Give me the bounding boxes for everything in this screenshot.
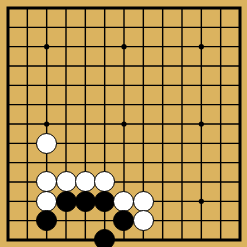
board-intersection[interactable] <box>37 37 56 56</box>
board-intersection[interactable] <box>172 153 191 172</box>
board-intersection[interactable] <box>192 18 211 37</box>
board-intersection[interactable] <box>95 37 114 56</box>
board-intersection[interactable] <box>114 76 133 95</box>
board-intersection[interactable] <box>18 56 37 75</box>
board-intersection[interactable] <box>153 37 172 56</box>
board-intersection[interactable] <box>192 37 211 56</box>
board-intersection[interactable] <box>211 211 230 230</box>
board-intersection[interactable] <box>114 18 133 37</box>
board-intersection[interactable] <box>192 134 211 153</box>
white-stone <box>36 133 57 154</box>
board-intersection[interactable] <box>114 134 133 153</box>
board-intersection[interactable] <box>134 95 153 114</box>
board-intersection[interactable] <box>56 192 75 211</box>
board-intersection[interactable] <box>56 76 75 95</box>
board-intersection[interactable] <box>211 56 230 75</box>
board-intersection[interactable] <box>56 172 75 191</box>
board-intersection[interactable] <box>114 56 133 75</box>
board-intersection[interactable] <box>153 56 172 75</box>
black-stone <box>75 191 96 212</box>
board-intersection[interactable] <box>76 172 95 191</box>
board-intersection[interactable] <box>230 211 247 230</box>
board-intersection[interactable] <box>134 56 153 75</box>
board-intersection[interactable] <box>211 134 230 153</box>
white-stone <box>133 210 154 231</box>
board-intersection[interactable] <box>192 211 211 230</box>
board-intersection[interactable] <box>95 134 114 153</box>
board-intersection[interactable] <box>95 18 114 37</box>
board-intersection[interactable] <box>37 134 56 153</box>
board-intersection[interactable] <box>192 56 211 75</box>
board-intersection[interactable] <box>76 56 95 75</box>
board-intersection[interactable] <box>18 114 37 133</box>
board-intersections <box>0 0 247 247</box>
board-intersection[interactable] <box>18 230 37 247</box>
board-intersection[interactable] <box>95 192 114 211</box>
board-intersection[interactable] <box>56 114 75 133</box>
board-intersection[interactable] <box>134 134 153 153</box>
board-intersection[interactable] <box>56 95 75 114</box>
board-intersection[interactable] <box>76 0 95 18</box>
board-intersection[interactable] <box>18 153 37 172</box>
board-intersection[interactable] <box>76 153 95 172</box>
board-intersection[interactable] <box>172 95 191 114</box>
white-stone <box>113 191 134 212</box>
board-intersection[interactable] <box>172 76 191 95</box>
board-intersection[interactable] <box>211 192 230 211</box>
board-intersection[interactable] <box>134 76 153 95</box>
board-intersection[interactable] <box>230 76 247 95</box>
board-intersection[interactable] <box>153 0 172 18</box>
board-intersection[interactable] <box>211 114 230 133</box>
board-intersection[interactable] <box>0 95 18 114</box>
board-intersection[interactable] <box>0 230 18 247</box>
board-intersection[interactable] <box>134 114 153 133</box>
white-stone <box>56 171 77 192</box>
black-stone <box>94 229 115 247</box>
black-stone <box>94 191 115 212</box>
board-intersection[interactable] <box>230 0 247 18</box>
board-intersection[interactable] <box>0 134 18 153</box>
board-intersection[interactable] <box>18 134 37 153</box>
board-intersection[interactable] <box>172 37 191 56</box>
board-intersection[interactable] <box>95 211 114 230</box>
board-intersection[interactable] <box>0 211 18 230</box>
board-intersection[interactable] <box>211 230 230 247</box>
board-intersection[interactable] <box>37 56 56 75</box>
board-intersection[interactable] <box>18 172 37 191</box>
board-intersection[interactable] <box>153 172 172 191</box>
board-intersection[interactable] <box>0 76 18 95</box>
board-intersection[interactable] <box>56 18 75 37</box>
board-intersection[interactable] <box>18 211 37 230</box>
white-stone <box>94 171 115 192</box>
board-intersection[interactable] <box>211 95 230 114</box>
white-stone <box>133 191 154 212</box>
board-intersection[interactable] <box>134 230 153 247</box>
board-intersection[interactable] <box>230 95 247 114</box>
board-intersection[interactable] <box>37 114 56 133</box>
board-intersection[interactable] <box>37 153 56 172</box>
board-intersection[interactable] <box>230 56 247 75</box>
black-stone <box>113 210 134 231</box>
board-intersection[interactable] <box>172 114 191 133</box>
board-intersection[interactable] <box>37 18 56 37</box>
board-intersection[interactable] <box>172 211 191 230</box>
board-intersection[interactable] <box>230 230 247 247</box>
board-intersection[interactable] <box>153 95 172 114</box>
board-intersection[interactable] <box>0 0 18 18</box>
board-intersection[interactable] <box>37 76 56 95</box>
board-intersection[interactable] <box>192 192 211 211</box>
board-intersection[interactable] <box>95 153 114 172</box>
board-intersection[interactable] <box>76 134 95 153</box>
board-intersection[interactable] <box>153 114 172 133</box>
board-intersection[interactable] <box>114 172 133 191</box>
board-intersection[interactable] <box>0 114 18 133</box>
board-intersection[interactable] <box>95 76 114 95</box>
board-intersection[interactable] <box>211 76 230 95</box>
board-intersection[interactable] <box>95 0 114 18</box>
board-intersection[interactable] <box>153 134 172 153</box>
board-intersection[interactable] <box>18 192 37 211</box>
board-intersection[interactable] <box>153 153 172 172</box>
board-intersection[interactable] <box>56 56 75 75</box>
board-intersection[interactable] <box>192 172 211 191</box>
board-intersection[interactable] <box>76 18 95 37</box>
board-intersection[interactable] <box>230 18 247 37</box>
board-intersection[interactable] <box>153 192 172 211</box>
board-intersection[interactable] <box>0 56 18 75</box>
board-intersection[interactable] <box>134 0 153 18</box>
board-intersection[interactable] <box>134 192 153 211</box>
board-intersection[interactable] <box>37 211 56 230</box>
board-intersection[interactable] <box>230 153 247 172</box>
board-intersection[interactable] <box>95 95 114 114</box>
board-intersection[interactable] <box>0 153 18 172</box>
board-intersection[interactable] <box>18 95 37 114</box>
board-intersection[interactable] <box>172 134 191 153</box>
board-intersection[interactable] <box>76 95 95 114</box>
go-board <box>0 0 247 247</box>
board-intersection[interactable] <box>76 114 95 133</box>
board-intersection[interactable] <box>153 76 172 95</box>
board-intersection[interactable] <box>134 37 153 56</box>
board-intersection[interactable] <box>0 192 18 211</box>
board-intersection[interactable] <box>56 153 75 172</box>
board-intersection[interactable] <box>230 114 247 133</box>
board-intersection[interactable] <box>95 172 114 191</box>
board-intersection[interactable] <box>134 153 153 172</box>
board-intersection[interactable] <box>56 0 75 18</box>
board-intersection[interactable] <box>230 192 247 211</box>
board-intersection[interactable] <box>56 211 75 230</box>
white-stone <box>75 171 96 192</box>
board-intersection[interactable] <box>76 192 95 211</box>
board-intersection[interactable] <box>192 76 211 95</box>
board-intersection[interactable] <box>18 0 37 18</box>
board-intersection[interactable] <box>114 114 133 133</box>
board-intersection[interactable] <box>153 18 172 37</box>
board-intersection[interactable] <box>114 211 133 230</box>
board-intersection[interactable] <box>230 37 247 56</box>
board-intersection[interactable] <box>76 211 95 230</box>
board-intersection[interactable] <box>37 95 56 114</box>
board-intersection[interactable] <box>114 153 133 172</box>
board-intersection[interactable] <box>37 192 56 211</box>
board-intersection[interactable] <box>153 230 172 247</box>
board-intersection[interactable] <box>172 172 191 191</box>
board-intersection[interactable] <box>0 172 18 191</box>
board-intersection[interactable] <box>114 37 133 56</box>
board-intersection[interactable] <box>192 114 211 133</box>
board-intersection[interactable] <box>211 37 230 56</box>
board-intersection[interactable] <box>172 192 191 211</box>
board-intersection[interactable] <box>134 172 153 191</box>
white-stone <box>36 171 57 192</box>
board-intersection[interactable] <box>56 230 75 247</box>
board-intersection[interactable] <box>0 18 18 37</box>
board-intersection[interactable] <box>18 18 37 37</box>
board-intersection[interactable] <box>230 134 247 153</box>
board-intersection[interactable] <box>76 76 95 95</box>
board-intersection[interactable] <box>37 0 56 18</box>
black-stone <box>36 210 57 231</box>
board-intersection[interactable] <box>114 0 133 18</box>
board-intersection[interactable] <box>95 56 114 75</box>
board-intersection[interactable] <box>211 18 230 37</box>
board-intersection[interactable] <box>172 18 191 37</box>
board-intersection[interactable] <box>211 153 230 172</box>
board-intersection[interactable] <box>18 37 37 56</box>
board-intersection[interactable] <box>134 211 153 230</box>
board-intersection[interactable] <box>153 211 172 230</box>
board-intersection[interactable] <box>230 172 247 191</box>
white-stone <box>36 191 57 212</box>
board-intersection[interactable] <box>114 192 133 211</box>
board-intersection[interactable] <box>192 153 211 172</box>
board-intersection[interactable] <box>172 230 191 247</box>
board-intersection[interactable] <box>172 56 191 75</box>
board-intersection[interactable] <box>37 230 56 247</box>
board-intersection[interactable] <box>192 95 211 114</box>
board-intersection[interactable] <box>56 134 75 153</box>
board-intersection[interactable] <box>114 230 133 247</box>
board-intersection[interactable] <box>37 172 56 191</box>
board-intersection[interactable] <box>211 0 230 18</box>
board-intersection[interactable] <box>192 230 211 247</box>
board-intersection[interactable] <box>18 76 37 95</box>
board-intersection[interactable] <box>134 18 153 37</box>
board-intersection[interactable] <box>76 37 95 56</box>
board-intersection[interactable] <box>172 0 191 18</box>
black-stone <box>56 191 77 212</box>
board-intersection[interactable] <box>0 37 18 56</box>
board-intersection[interactable] <box>95 114 114 133</box>
board-intersection[interactable] <box>76 230 95 247</box>
board-intersection[interactable] <box>56 37 75 56</box>
board-intersection[interactable] <box>95 230 114 247</box>
board-intersection[interactable] <box>114 95 133 114</box>
board-intersection[interactable] <box>211 172 230 191</box>
board-intersection[interactable] <box>192 0 211 18</box>
